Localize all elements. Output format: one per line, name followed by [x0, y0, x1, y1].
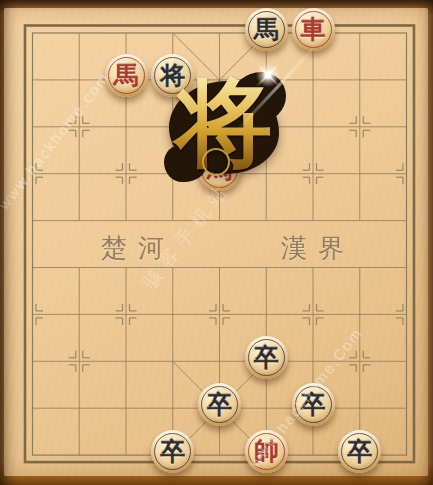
piece-red-horse[interactable]: 馬: [105, 54, 148, 97]
piece-glyph: 馬: [254, 17, 279, 42]
piece-glyph: 馬: [207, 157, 232, 182]
piece-black-soldier[interactable]: 卒: [245, 336, 288, 379]
piece-glyph: 馬: [114, 63, 139, 88]
piece-glyph: 卒: [254, 345, 279, 370]
piece-glyph: 将: [160, 63, 185, 88]
piece-glyph: 卒: [160, 439, 185, 464]
piece-black-soldier[interactable]: 卒: [151, 430, 194, 473]
piece-red-chariot[interactable]: 車: [292, 8, 335, 51]
piece-glyph: 帥: [254, 439, 279, 464]
piece-glyph: 卒: [301, 392, 326, 417]
piece-red-general[interactable]: 帥: [245, 430, 288, 473]
pieces-layer: 馬車馬将馬卒卒卒卒帥卒: [0, 0, 433, 485]
piece-black-soldier[interactable]: 卒: [198, 383, 241, 426]
piece-glyph: 車: [301, 17, 326, 42]
xiangqi-app-screen: 楚河 漢界 馬車馬将馬卒卒卒卒帥卒 将 www.hackhome.com 骇客手…: [0, 0, 433, 485]
piece-red-horse[interactable]: 馬: [198, 148, 241, 191]
piece-black-soldier[interactable]: 卒: [338, 430, 381, 473]
piece-black-general[interactable]: 将: [151, 54, 194, 97]
piece-glyph: 卒: [207, 392, 232, 417]
piece-black-soldier[interactable]: 卒: [292, 383, 335, 426]
piece-glyph: 卒: [347, 439, 372, 464]
piece-black-horse[interactable]: 馬: [245, 8, 288, 51]
